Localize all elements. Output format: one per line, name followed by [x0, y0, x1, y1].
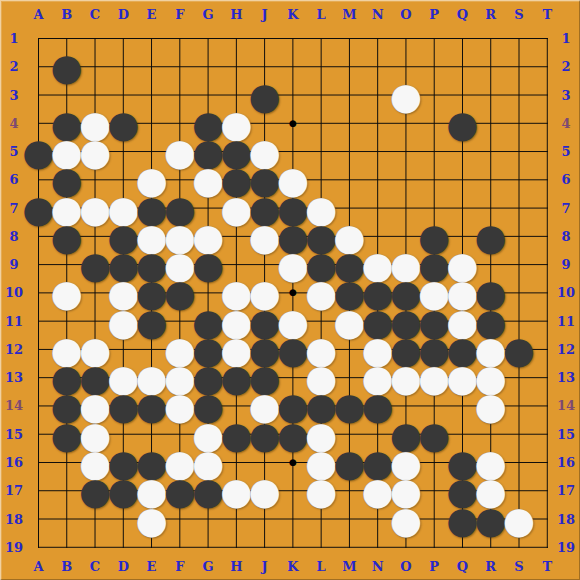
intersection-R5[interactable] [477, 137, 505, 165]
intersection-L2[interactable] [307, 53, 335, 81]
intersection-P4[interactable] [420, 109, 448, 137]
intersection-E1[interactable] [137, 24, 165, 52]
intersection-C19[interactable] [81, 533, 109, 561]
intersection-S1[interactable] [505, 24, 533, 52]
intersection-L3[interactable] [307, 81, 335, 109]
intersection-D4[interactable]: ● [109, 109, 137, 137]
white-stone-S18: ● [503, 501, 535, 538]
intersection-M3[interactable] [335, 81, 363, 109]
intersection-S12[interactable]: ● [505, 335, 533, 363]
intersection-G1[interactable] [194, 24, 222, 52]
intersection-B8[interactable]: ● [53, 222, 81, 250]
intersection-T4[interactable] [533, 109, 561, 137]
intersection-A15[interactable] [24, 420, 52, 448]
white-stone-O18: ● [390, 501, 422, 538]
star-point-K10: ● [289, 288, 297, 297]
intersection-T2[interactable] [533, 53, 561, 81]
intersection-S10[interactable] [505, 279, 533, 307]
intersection-R8[interactable]: ● [477, 222, 505, 250]
go-board: ABCDEFGHJKLMNOPQRST ABCDEFGHJKLMNOPQRST … [0, 0, 580, 580]
intersection-E11[interactable]: ● [137, 307, 165, 335]
intersection-A10[interactable] [24, 279, 52, 307]
intersection-F5[interactable]: ● [166, 137, 194, 165]
intersection-P17[interactable] [420, 477, 448, 505]
intersection-K19[interactable] [279, 533, 307, 561]
intersection-N14[interactable]: ● [364, 392, 392, 420]
white-stone-L17: ● [305, 473, 337, 510]
intersection-D2[interactable] [109, 53, 137, 81]
intersection-B2[interactable]: ● [53, 53, 81, 81]
intersection-T8[interactable] [533, 222, 561, 250]
intersection-L1[interactable] [307, 24, 335, 52]
intersection-L4[interactable] [307, 109, 335, 137]
intersection-T7[interactable] [533, 194, 561, 222]
intersection-L5[interactable] [307, 137, 335, 165]
intersection-A5[interactable]: ● [24, 137, 52, 165]
intersection-K17[interactable] [279, 477, 307, 505]
intersection-K4[interactable]: ● [279, 109, 307, 137]
intersection-N7[interactable] [364, 194, 392, 222]
intersection-M19[interactable] [335, 533, 363, 561]
intersection-D19[interactable] [109, 533, 137, 561]
intersection-Q18[interactable]: ● [448, 505, 476, 533]
intersection-G6[interactable]: ● [194, 166, 222, 194]
intersection-E2[interactable] [137, 53, 165, 81]
intersection-S5[interactable] [505, 137, 533, 165]
intersection-M6[interactable] [335, 166, 363, 194]
intersection-T5[interactable] [533, 137, 561, 165]
intersection-J8[interactable]: ● [250, 222, 278, 250]
intersection-G9[interactable]: ● [194, 250, 222, 278]
intersection-E3[interactable] [137, 81, 165, 109]
intersection-L17[interactable]: ● [307, 477, 335, 505]
white-stone-J17: ● [248, 473, 280, 510]
intersection-M11[interactable]: ● [335, 307, 363, 335]
intersection-H1[interactable] [222, 24, 250, 52]
intersection-S9[interactable] [505, 250, 533, 278]
intersection-T12[interactable] [533, 335, 561, 363]
intersection-T14[interactable] [533, 392, 561, 420]
intersection-H19[interactable] [222, 533, 250, 561]
intersection-A16[interactable] [24, 448, 52, 476]
intersection-T19[interactable] [533, 533, 561, 561]
intersection-H17[interactable]: ● [222, 477, 250, 505]
intersection-Q13[interactable]: ● [448, 364, 476, 392]
intersection-A11[interactable] [24, 307, 52, 335]
intersection-J3[interactable]: ● [250, 81, 278, 109]
intersection-H15[interactable]: ● [222, 420, 250, 448]
intersection-A1[interactable] [24, 24, 52, 52]
intersection-H2[interactable] [222, 53, 250, 81]
intersection-A3[interactable] [24, 81, 52, 109]
intersection-K2[interactable] [279, 53, 307, 81]
intersection-K3[interactable] [279, 81, 307, 109]
intersection-S2[interactable] [505, 53, 533, 81]
intersection-O18[interactable]: ● [392, 505, 420, 533]
intersection-R3[interactable] [477, 81, 505, 109]
intersection-R1[interactable] [477, 24, 505, 52]
intersection-O5[interactable] [392, 137, 420, 165]
white-stone-E18: ● [135, 501, 167, 538]
intersection-A19[interactable] [24, 533, 52, 561]
intersection-O13[interactable]: ● [392, 364, 420, 392]
intersection-O3[interactable]: ● [392, 81, 420, 109]
intersection-Q1[interactable] [448, 24, 476, 52]
white-stone-R14: ● [475, 388, 507, 425]
intersection-F14[interactable]: ● [166, 392, 194, 420]
intersection-K12[interactable]: ● [279, 335, 307, 363]
intersection-S18[interactable]: ● [505, 505, 533, 533]
intersection-R6[interactable] [477, 166, 505, 194]
intersection-C2[interactable] [81, 53, 109, 81]
intersection-C7[interactable]: ● [81, 194, 109, 222]
intersection-A7[interactable]: ● [24, 194, 52, 222]
intersection-B10[interactable]: ● [53, 279, 81, 307]
intersection-S3[interactable] [505, 81, 533, 109]
intersection-B18[interactable] [53, 505, 81, 533]
intersection-K18[interactable] [279, 505, 307, 533]
intersection-C5[interactable]: ● [81, 137, 109, 165]
intersection-Q6[interactable] [448, 166, 476, 194]
intersection-T17[interactable] [533, 477, 561, 505]
intersection-J15[interactable]: ● [250, 420, 278, 448]
intersection-T1[interactable] [533, 24, 561, 52]
intersection-R14[interactable]: ● [477, 392, 505, 420]
intersection-G17[interactable]: ● [194, 477, 222, 505]
intersection-N17[interactable]: ● [364, 477, 392, 505]
intersection-Q2[interactable] [448, 53, 476, 81]
intersection-O1[interactable] [392, 24, 420, 52]
intersection-S14[interactable] [505, 392, 533, 420]
intersection-M5[interactable] [335, 137, 363, 165]
intersection-K15[interactable]: ● [279, 420, 307, 448]
intersection-A13[interactable] [24, 364, 52, 392]
intersection-M4[interactable] [335, 109, 363, 137]
intersection-N5[interactable] [364, 137, 392, 165]
intersection-B19[interactable] [53, 533, 81, 561]
black-stone-J3: ● [248, 77, 280, 114]
intersection-L19[interactable] [307, 533, 335, 561]
intersection-H7[interactable]: ● [222, 194, 250, 222]
intersection-E14[interactable]: ● [137, 392, 165, 420]
intersection-N1[interactable] [364, 24, 392, 52]
intersection-J17[interactable]: ● [250, 477, 278, 505]
intersection-T13[interactable] [533, 364, 561, 392]
intersection-T18[interactable] [533, 505, 561, 533]
intersection-A12[interactable] [24, 335, 52, 363]
intersection-S7[interactable] [505, 194, 533, 222]
intersection-A9[interactable] [24, 250, 52, 278]
white-stone-C5: ● [79, 134, 111, 171]
intersection-S6[interactable] [505, 166, 533, 194]
intersection-P18[interactable] [420, 505, 448, 533]
intersection-E4[interactable] [137, 109, 165, 137]
intersection-A2[interactable] [24, 53, 52, 81]
intersection-G19[interactable] [194, 533, 222, 561]
intersection-P2[interactable] [420, 53, 448, 81]
intersection-T6[interactable] [533, 166, 561, 194]
intersection-M18[interactable] [335, 505, 363, 533]
black-stone-B2: ● [51, 49, 83, 86]
intersection-B17[interactable] [53, 477, 81, 505]
intersection-N3[interactable] [364, 81, 392, 109]
intersection-T3[interactable] [533, 81, 561, 109]
intersection-N6[interactable] [364, 166, 392, 194]
black-stone-D4: ● [107, 105, 139, 142]
intersection-D17[interactable]: ● [109, 477, 137, 505]
intersection-T10[interactable] [533, 279, 561, 307]
white-stone-O3: ● [390, 77, 422, 114]
intersection-S4[interactable] [505, 109, 533, 137]
intersection-T16[interactable] [533, 448, 561, 476]
intersection-O7[interactable] [392, 194, 420, 222]
intersection-P15[interactable]: ● [420, 420, 448, 448]
intersection-M14[interactable]: ● [335, 392, 363, 420]
star-point-K16: ● [289, 458, 297, 467]
intersection-J19[interactable] [250, 533, 278, 561]
intersection-R18[interactable]: ● [477, 505, 505, 533]
intersection-N4[interactable] [364, 109, 392, 137]
intersection-F1[interactable] [166, 24, 194, 52]
intersection-A17[interactable] [24, 477, 52, 505]
intersection-B15[interactable]: ● [53, 420, 81, 448]
intersection-C17[interactable]: ● [81, 477, 109, 505]
intersection-M16[interactable]: ● [335, 448, 363, 476]
intersection-A18[interactable] [24, 505, 52, 533]
intersection-Q4[interactable]: ● [448, 109, 476, 137]
intersection-T9[interactable] [533, 250, 561, 278]
white-stone-B10: ● [51, 275, 83, 312]
intersection-T11[interactable] [533, 307, 561, 335]
intersection-K9[interactable]: ● [279, 250, 307, 278]
intersection-F2[interactable] [166, 53, 194, 81]
intersection-O6[interactable] [392, 166, 420, 194]
intersection-P5[interactable] [420, 137, 448, 165]
intersection-D11[interactable]: ● [109, 307, 137, 335]
board-intersections: ●●●●●●●●●●●●●●●●●●●●●●●●●●●●●●●●●●●●●●●●… [24, 24, 561, 561]
intersection-P13[interactable]: ● [420, 364, 448, 392]
intersection-L10[interactable]: ● [307, 279, 335, 307]
black-stone-S12: ● [503, 331, 535, 368]
intersection-C9[interactable]: ● [81, 250, 109, 278]
intersection-E18[interactable]: ● [137, 505, 165, 533]
intersection-G2[interactable] [194, 53, 222, 81]
intersection-P3[interactable] [420, 81, 448, 109]
intersection-F17[interactable]: ● [166, 477, 194, 505]
star-point-K4: ● [289, 119, 297, 128]
intersection-J1[interactable] [250, 24, 278, 52]
intersection-S8[interactable] [505, 222, 533, 250]
intersection-S15[interactable] [505, 420, 533, 448]
intersection-D1[interactable] [109, 24, 137, 52]
intersection-M1[interactable] [335, 24, 363, 52]
intersection-P19[interactable] [420, 533, 448, 561]
intersection-Q7[interactable] [448, 194, 476, 222]
intersection-P6[interactable] [420, 166, 448, 194]
intersection-T15[interactable] [533, 420, 561, 448]
intersection-H13[interactable]: ● [222, 364, 250, 392]
intersection-P1[interactable] [420, 24, 448, 52]
black-stone-R8: ● [475, 218, 507, 255]
intersection-F19[interactable] [166, 533, 194, 561]
intersection-F10[interactable]: ● [166, 279, 194, 307]
intersection-S16[interactable] [505, 448, 533, 476]
intersection-R2[interactable] [477, 53, 505, 81]
intersection-N19[interactable] [364, 533, 392, 561]
intersection-C1[interactable] [81, 24, 109, 52]
intersection-N2[interactable] [364, 53, 392, 81]
intersection-K1[interactable] [279, 24, 307, 52]
intersection-A14[interactable] [24, 392, 52, 420]
intersection-F3[interactable] [166, 81, 194, 109]
intersection-R4[interactable] [477, 109, 505, 137]
intersection-M2[interactable] [335, 53, 363, 81]
intersection-D14[interactable]: ● [109, 392, 137, 420]
black-stone-Q4: ● [446, 105, 478, 142]
